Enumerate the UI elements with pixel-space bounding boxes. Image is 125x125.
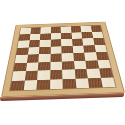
square-c1[interactable] xyxy=(36,79,49,89)
square-f1[interactable] xyxy=(75,78,89,88)
square-g1[interactable] xyxy=(87,78,102,88)
square-a1[interactable] xyxy=(10,80,24,90)
board-photo xyxy=(0,0,125,125)
chess-board xyxy=(10,25,115,90)
square-h1[interactable] xyxy=(100,77,115,87)
square-a2[interactable] xyxy=(11,71,25,81)
square-h2[interactable] xyxy=(98,68,112,77)
square-d2[interactable] xyxy=(49,70,62,80)
square-g2[interactable] xyxy=(86,68,100,78)
square-e2[interactable] xyxy=(62,69,75,79)
square-e1[interactable] xyxy=(62,78,76,88)
square-d1[interactable] xyxy=(49,79,62,89)
square-b1[interactable] xyxy=(23,80,37,90)
board-tilt-wrapper xyxy=(0,0,125,125)
square-c2[interactable] xyxy=(37,70,50,80)
square-b2[interactable] xyxy=(24,71,37,81)
board-frame xyxy=(1,22,125,97)
square-f2[interactable] xyxy=(74,69,87,79)
